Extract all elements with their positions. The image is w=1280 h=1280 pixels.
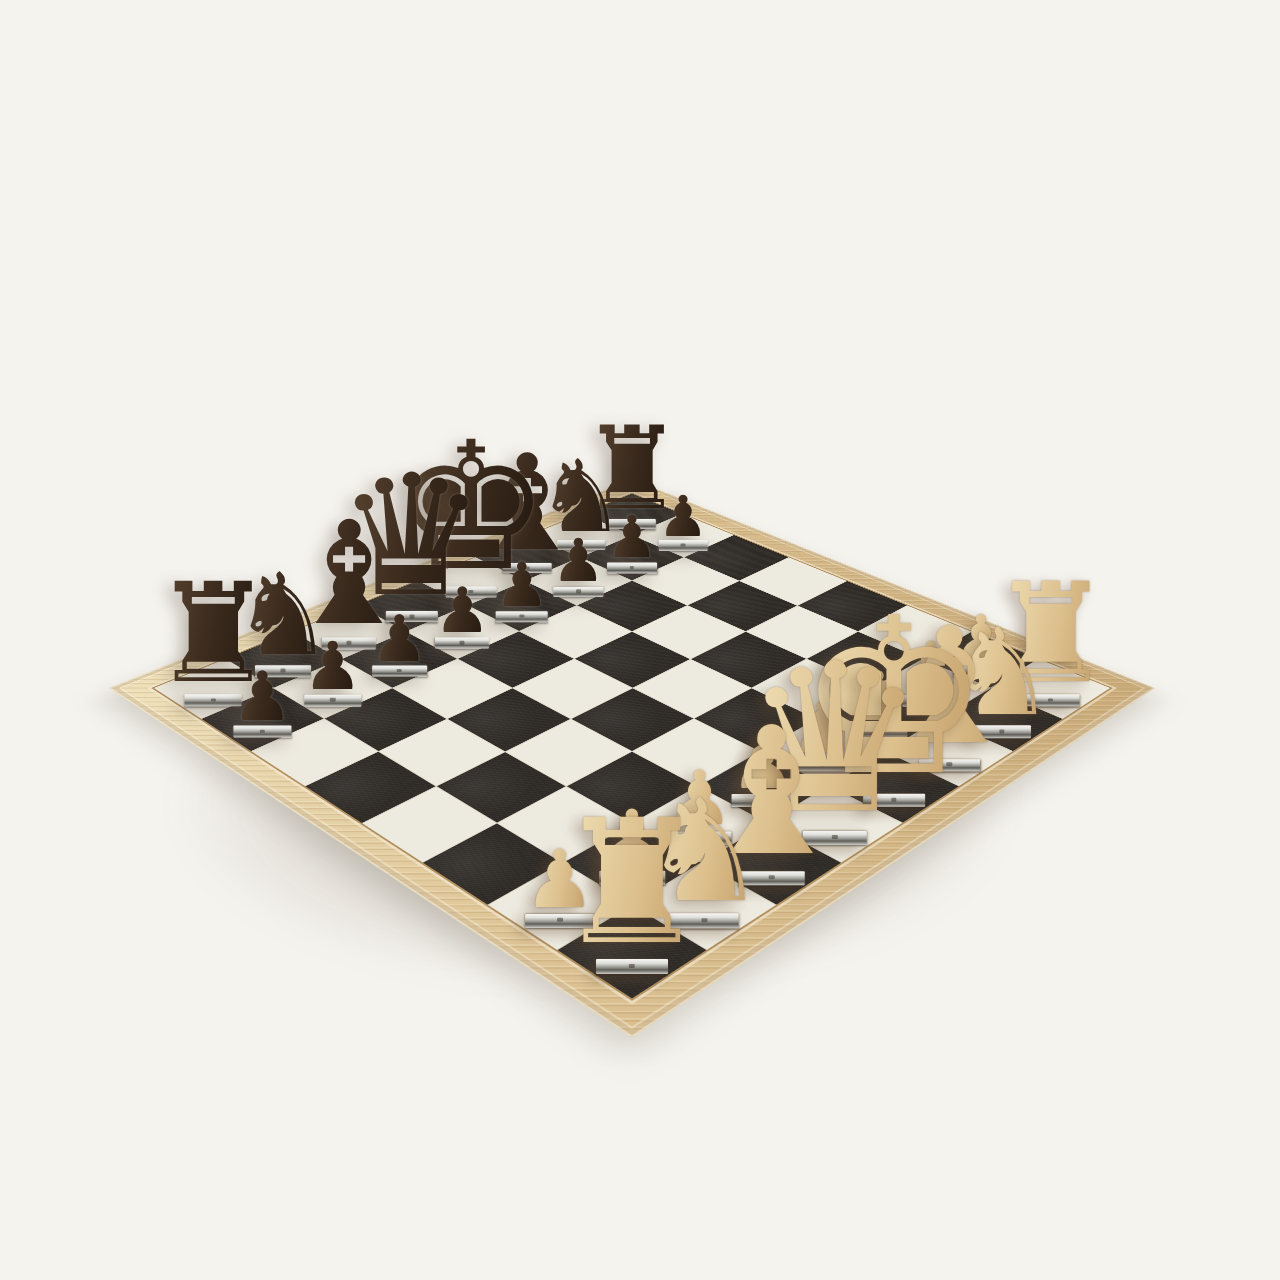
pawn-glyph: ♟ bbox=[606, 512, 658, 565]
pawn-glyph: ♟ bbox=[658, 491, 709, 543]
nickel-base bbox=[659, 540, 707, 550]
pawn-glyph: ♟ bbox=[552, 534, 605, 589]
piece-black-pawn-f7[interactable]: ♟ bbox=[552, 534, 605, 597]
pawn-glyph: ♟ bbox=[370, 609, 428, 668]
rook-glyph: ♜ bbox=[555, 804, 709, 962]
piece-black-pawn-d7[interactable]: ♟ bbox=[434, 582, 490, 649]
piece-black-pawn-g7[interactable]: ♟ bbox=[606, 512, 658, 574]
pawn-glyph: ♟ bbox=[495, 558, 550, 614]
pawn-glyph: ♟ bbox=[303, 636, 362, 697]
piece-black-pawn-b7[interactable]: ♟ bbox=[303, 636, 362, 706]
pawn-glyph: ♟ bbox=[232, 666, 293, 729]
piece-black-pawn-c7[interactable]: ♟ bbox=[370, 609, 428, 677]
nickel-base bbox=[233, 726, 291, 738]
nickel-base bbox=[596, 959, 667, 974]
piece-black-pawn-h7[interactable]: ♟ bbox=[658, 491, 709, 551]
nickel-base bbox=[435, 638, 489, 649]
nickel-base bbox=[372, 665, 427, 676]
nickel-base bbox=[496, 611, 548, 622]
piece-black-pawn-a7[interactable]: ♟ bbox=[232, 666, 293, 738]
chess-set-product-scene: ♜♞♟♝♟♚♟♛♟♝♟♞♟♟♜♟♟♜♟♟♞♟♝♟♚♟♛♟♝♟♞♜ bbox=[0, 0, 1280, 1280]
nickel-base bbox=[553, 587, 604, 598]
nickel-base bbox=[607, 563, 657, 573]
piece-black-pawn-e7[interactable]: ♟ bbox=[495, 558, 550, 623]
nickel-base bbox=[304, 695, 361, 707]
pawn-glyph: ♟ bbox=[434, 582, 490, 640]
piece-white-rook-a1[interactable]: ♜ bbox=[555, 804, 709, 974]
